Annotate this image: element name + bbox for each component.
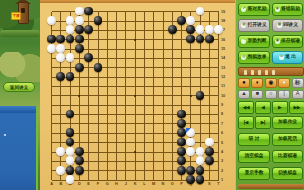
- alternate-stone-tool-glyph: ◐: [256, 80, 259, 86]
- black-stone-S16: [205, 35, 214, 44]
- white-stone-R4: [196, 147, 205, 156]
- coord-letter: L: [141, 182, 147, 186]
- rewind-button-glyph: ◀◀: [242, 105, 249, 110]
- black-stone-tool-glyph: ●: [242, 80, 245, 86]
- triangle-tool-glyph: ▲: [241, 91, 246, 97]
- blue-popup-window[interactable]: [0, 106, 38, 190]
- white-stone-Q5: [186, 138, 195, 147]
- alternate-stone-tool[interactable]: ◐: [251, 78, 263, 88]
- coord-number: 5: [221, 141, 229, 145]
- white-stone-C14: [66, 53, 75, 62]
- coord-number: 11: [221, 84, 229, 88]
- black-stone-C6: [66, 128, 75, 137]
- step-forward-button[interactable]: ▶: [272, 101, 288, 114]
- black-stone-C5: [66, 138, 75, 147]
- check-icon: ✔: [241, 7, 246, 12]
- switch-board-button[interactable]: 切换棋盘: [272, 167, 303, 180]
- coord-letter: K: [132, 182, 138, 186]
- coord-number: 4: [221, 150, 229, 154]
- coord-letter: T: [216, 182, 222, 186]
- coord-number: 8: [221, 112, 229, 116]
- go-board[interactable]: ABCDEFGHJKLMNOPQRST191817161514131211109…: [40, 0, 235, 190]
- fast-forward-button-glyph: ▶▶: [293, 105, 300, 110]
- triangle-tool[interactable]: ▲: [238, 90, 250, 99]
- step-back-button-glyph: ◀: [261, 105, 264, 110]
- book-icon: ▤: [241, 23, 246, 28]
- square-tool[interactable]: ■: [251, 90, 263, 99]
- coord-letter: O: [169, 182, 175, 186]
- class-dismissed-sign: 下课: [11, 12, 21, 20]
- board-frame-top: [40, 0, 235, 3]
- tab-marker[interactable]: [258, 70, 261, 75]
- white-stone-C1: [66, 175, 75, 184]
- numbered-stone-tool-glyph: ◉: [268, 80, 273, 86]
- fast-forward-button[interactable]: ▶▶: [289, 101, 304, 114]
- coord-number: 15: [221, 47, 229, 51]
- black-stone-R2: [196, 166, 205, 175]
- coord-letter: A: [49, 182, 55, 186]
- to-end-button[interactable]: ▶|: [255, 116, 271, 129]
- coord-letter: E: [86, 182, 92, 186]
- tab-marker[interactable]: [244, 70, 247, 75]
- white-stone-tool[interactable]: ●: [278, 78, 290, 88]
- control-panel: ✔ 答对奖励 ◉ 答错鼓励 ▤ 打开讲义 ▦ 99讲义 ◔ 形势判断 ▣ 保存棋…: [235, 0, 304, 190]
- wrong-answer-encourage-button[interactable]: ◉ 答错鼓励: [272, 3, 303, 16]
- white-stone-S17: [205, 25, 214, 34]
- grid-line-v: [163, 12, 164, 180]
- story-icon: ◍: [241, 55, 246, 60]
- white-stone-B14: [56, 53, 65, 62]
- black-stone-Q1: [186, 175, 195, 184]
- last-move-marker: [186, 128, 191, 133]
- step-forward-button-glyph: ▶: [278, 105, 281, 110]
- judge-icon: ◔: [241, 39, 246, 44]
- tab-marker[interactable]: [272, 70, 275, 75]
- star-point: [134, 151, 136, 153]
- grid-line-h: [52, 105, 219, 106]
- correct-answer-reward-button[interactable]: ✔ 答对奖励: [238, 3, 270, 16]
- black-stone-R10: [196, 91, 205, 100]
- discussion-button[interactable]: 研 讨: [238, 133, 270, 146]
- white-stone-B2: [56, 166, 65, 175]
- step-back-button[interactable]: ◀: [255, 101, 271, 114]
- black-stone-R16: [196, 35, 205, 44]
- black-stone-A16: [47, 35, 56, 44]
- grid-line-v: [153, 12, 154, 180]
- load-homework-button[interactable]: 加载作业: [272, 116, 303, 129]
- black-stone-P4: [177, 147, 186, 156]
- clear-board-button[interactable]: 清空棋盘: [238, 150, 270, 163]
- white-stone-C3: [66, 156, 75, 165]
- black-stone-D16: [75, 35, 84, 44]
- numbered-stone-tool[interactable]: ◉: [265, 78, 277, 88]
- coord-number: 19: [221, 10, 229, 14]
- black-stone-P7: [177, 119, 186, 128]
- white-stone-A15: [47, 44, 56, 53]
- white-stone-C18: [66, 16, 75, 25]
- coord-letter: P: [178, 182, 184, 186]
- circle-tool[interactable]: ○: [265, 90, 277, 99]
- black-stone-D13: [75, 63, 84, 72]
- black-stone-C12: [66, 72, 75, 81]
- white-stone-C4: [66, 147, 75, 156]
- white-stone-B15: [56, 44, 65, 53]
- black-stone-P6: [177, 128, 186, 137]
- black-stone-E14: [84, 53, 93, 62]
- rewind-button[interactable]: ◀◀: [238, 101, 254, 114]
- white-stone-S5: [205, 138, 214, 147]
- black-stone-Q16: [186, 35, 195, 44]
- black-stone-P3: [177, 156, 186, 165]
- label-tool[interactable]: 标: [292, 78, 304, 88]
- white-stone-C17: [66, 25, 75, 34]
- white-stone-R19: [196, 7, 205, 16]
- white-stone-D18: [75, 16, 84, 25]
- coord-letter: F: [95, 182, 101, 186]
- black-stone-C8: [66, 110, 75, 119]
- white-stone-tool-glyph: ●: [283, 80, 286, 86]
- black-stone-D3: [75, 156, 84, 165]
- black-stone-P18: [177, 16, 186, 25]
- black-stone-E17: [84, 25, 93, 34]
- white-stone-R17: [196, 25, 205, 34]
- line-tool-glyph: ∣: [283, 91, 286, 97]
- to-end-button-glyph: ▶|: [261, 120, 265, 125]
- white-stone-B4: [56, 147, 65, 156]
- panel-bottom-strip: [238, 184, 304, 189]
- square-tool-glyph: ■: [256, 91, 259, 97]
- white-stone-Q18: [186, 16, 195, 25]
- coord-letter: M: [151, 182, 157, 186]
- coord-letter: B: [58, 182, 64, 186]
- exit-button[interactable]: ⊙ 退 出: [272, 51, 303, 64]
- treehouse-window-graphic: [21, 8, 25, 13]
- black-stone-P8: [177, 110, 186, 119]
- line-tool[interactable]: ∣: [278, 90, 290, 99]
- coord-letter: S: [206, 182, 212, 186]
- popup-title-bar[interactable]: [0, 106, 36, 113]
- black-stone-F18: [94, 16, 103, 25]
- sound-icon: ◉: [275, 7, 280, 12]
- circle-tool-glyph: ○: [269, 91, 272, 97]
- grid-line-v: [218, 12, 219, 180]
- black-stone-P2: [177, 166, 186, 175]
- letter-tool-glyph: A: [296, 91, 300, 97]
- load-life-death-button[interactable]: 加载死活: [272, 133, 303, 146]
- coord-letter: D: [76, 182, 82, 186]
- coord-number: 1: [221, 178, 229, 182]
- black-stone-P5: [177, 138, 186, 147]
- popup-bullet-dot: [4, 134, 6, 136]
- coord-number: 2: [221, 169, 229, 173]
- coord-number: 16: [221, 38, 229, 42]
- coord-letter: H: [113, 182, 119, 186]
- white-stone-T17: [214, 25, 223, 34]
- star-point: [134, 39, 136, 41]
- lecture-99-button[interactable]: ▦ 99讲义: [272, 19, 303, 32]
- black-stone-C16: [66, 35, 75, 44]
- match-kifu-button[interactable]: 比赛棋谱: [272, 150, 303, 163]
- board-tab-strip[interactable]: [238, 67, 304, 76]
- document-icon: ▦: [277, 23, 282, 28]
- black-stone-D4: [75, 147, 84, 156]
- white-stone-D19: [75, 7, 84, 16]
- grid-line-h: [52, 114, 219, 115]
- black-stone-D2: [75, 166, 84, 175]
- coord-number: 10: [221, 94, 229, 98]
- black-stone-S3: [205, 156, 214, 165]
- show-move-numbers-button[interactable]: 显示手数: [238, 167, 270, 180]
- black-stone-F13: [94, 63, 103, 72]
- black-stone-C2: [66, 166, 75, 175]
- coord-number: 7: [221, 122, 229, 126]
- coord-number: 18: [221, 19, 229, 23]
- tab-marker[interactable]: [265, 70, 268, 75]
- vine-bridge-graphic: [0, 30, 40, 37]
- black-stone-O17: [168, 25, 177, 34]
- white-stone-Q4: [186, 147, 195, 156]
- white-stone-R3: [196, 156, 205, 165]
- black-stone-B16: [56, 35, 65, 44]
- open-lecture-button[interactable]: ▤ 打开讲义: [238, 19, 270, 32]
- to-start-button[interactable]: |◀: [238, 116, 254, 129]
- go-teaching-app: 下课 返回讲义 ABCDEFGHJKLMNOPQRST1918171615141…: [0, 0, 304, 190]
- star-point: [134, 95, 136, 97]
- go-stories-button[interactable]: ◍ 围棋故事: [238, 51, 270, 64]
- black-stone-Q17: [186, 25, 195, 34]
- letter-tool[interactable]: A: [292, 90, 304, 99]
- coord-letter: N: [160, 182, 166, 186]
- coord-number: 3: [221, 159, 229, 163]
- black-stone-B12: [56, 72, 65, 81]
- rocks-graphic: [0, 52, 40, 82]
- coord-number: 6: [221, 131, 229, 135]
- exit-icon: ⊙: [279, 55, 284, 60]
- black-stone-D15: [75, 44, 84, 53]
- coord-number: 9: [221, 103, 229, 107]
- return-to-lecture-button[interactable]: 返回讲义: [3, 82, 35, 92]
- label-tool-glyph: 标: [295, 80, 301, 86]
- position-judge-button[interactable]: ◔ 形势判断: [238, 35, 270, 48]
- coord-letter: G: [104, 182, 110, 186]
- tab-marker[interactable]: [251, 70, 254, 75]
- grid-line-h: [52, 123, 219, 124]
- black-stone-R1: [196, 175, 205, 184]
- white-stone-A18: [47, 16, 56, 25]
- coord-letter: J: [123, 182, 129, 186]
- coord-number: 14: [221, 56, 229, 60]
- black-stone-E19: [84, 7, 93, 16]
- black-stone-Q2: [186, 166, 195, 175]
- black-stone-D17: [75, 25, 84, 34]
- coord-number: 13: [221, 66, 229, 70]
- star-point: [190, 95, 192, 97]
- black-stone-S4: [205, 147, 214, 156]
- save-kifu-button[interactable]: ▣ 保存棋谱: [272, 35, 303, 48]
- black-stone-tool[interactable]: ●: [238, 78, 250, 88]
- save-icon: ▣: [275, 39, 280, 44]
- grid-line-v: [144, 12, 145, 180]
- to-start-button-glyph: |◀: [244, 120, 248, 125]
- grid-line-v: [172, 12, 173, 180]
- coord-number: 12: [221, 75, 229, 79]
